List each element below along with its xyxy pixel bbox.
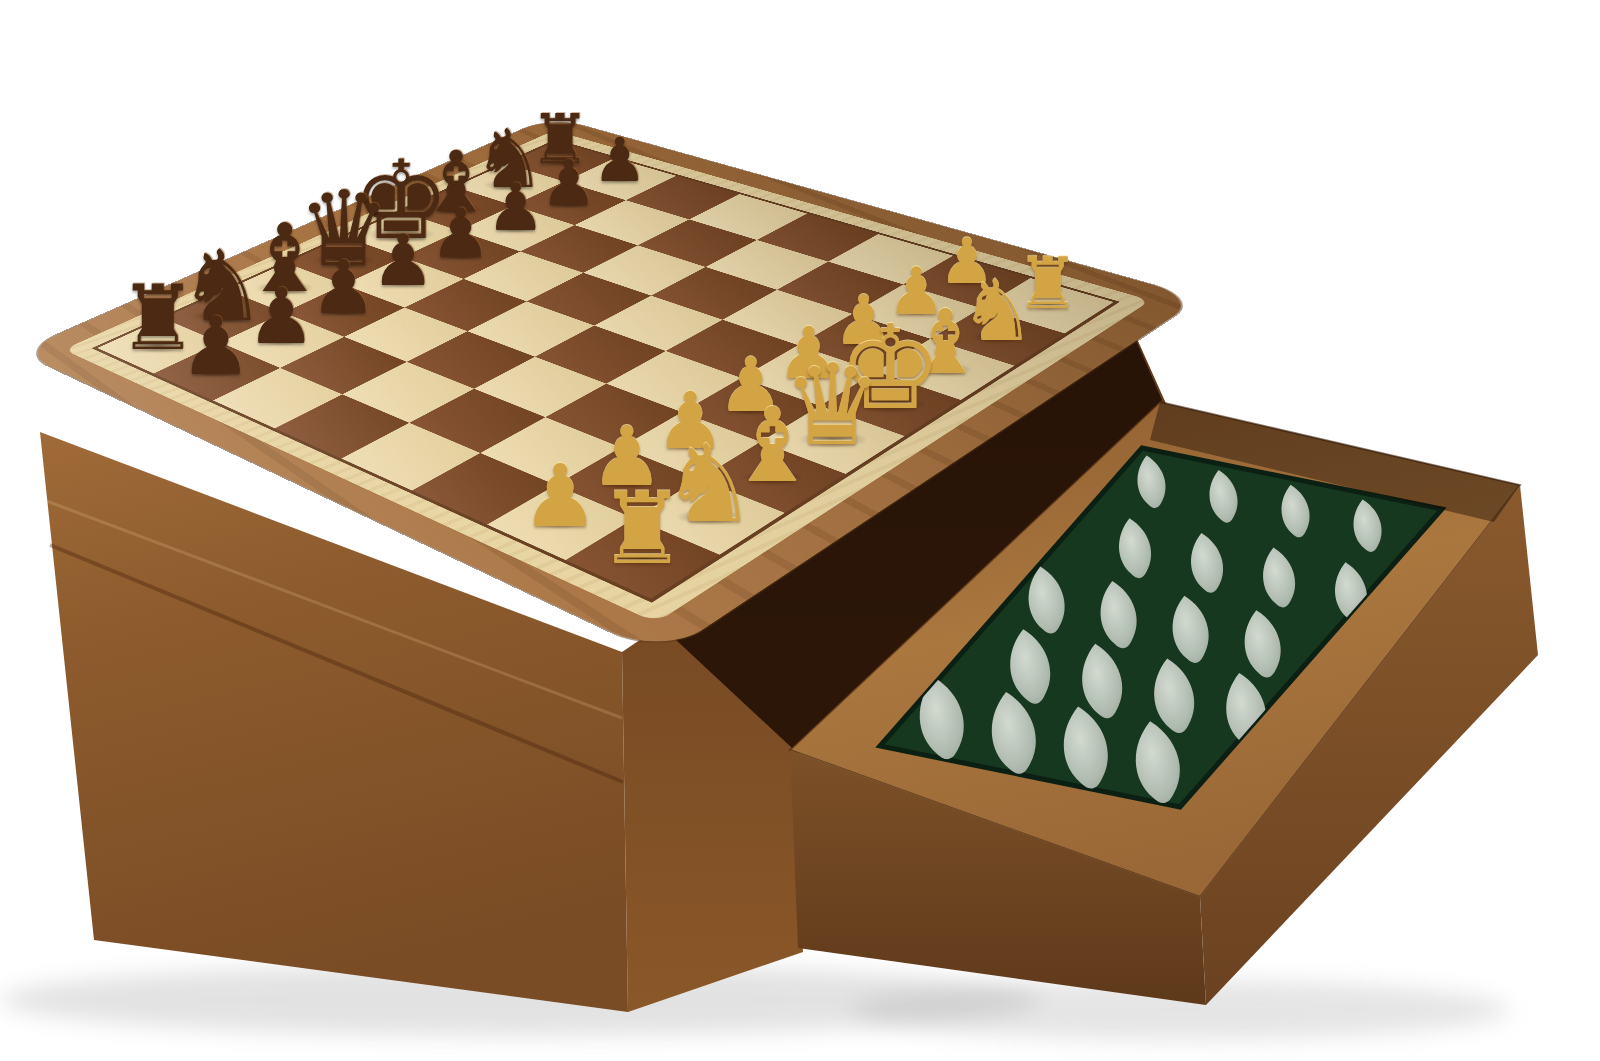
piece-black-pawn-a7[interactable]: ♟ bbox=[176, 306, 256, 386]
piece-white-pawn-a2[interactable]: ♟ bbox=[517, 453, 603, 539]
piece-white-rook-a1[interactable]: ♜ bbox=[593, 479, 692, 578]
scene: ♜♞♝♛♚♝♞♜♟♟♟♟♟♟♟♟♟♟♟♟♟♟♟♟♜♞♝♛♚♝♞♜ bbox=[0, 0, 1600, 1061]
